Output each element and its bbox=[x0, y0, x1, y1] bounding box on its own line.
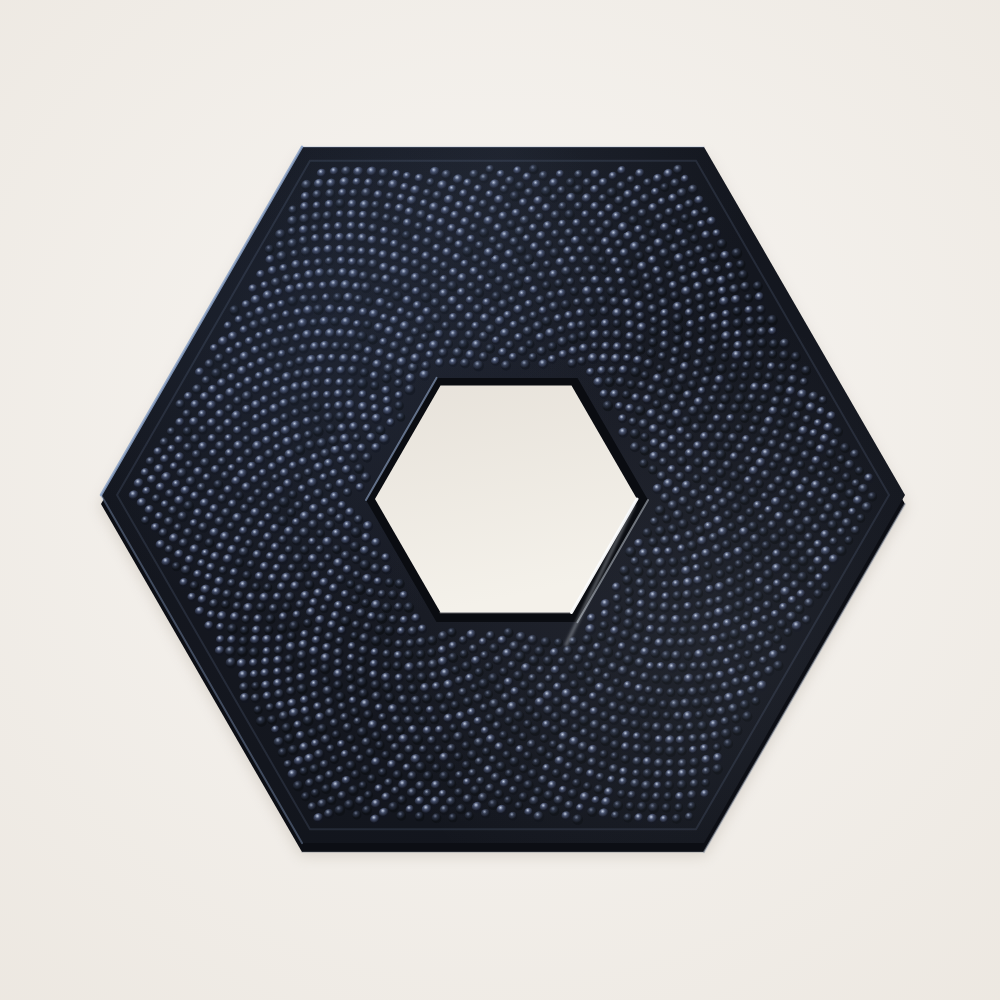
trivet-photo bbox=[0, 0, 1000, 1000]
photo-stage bbox=[0, 0, 1000, 1000]
